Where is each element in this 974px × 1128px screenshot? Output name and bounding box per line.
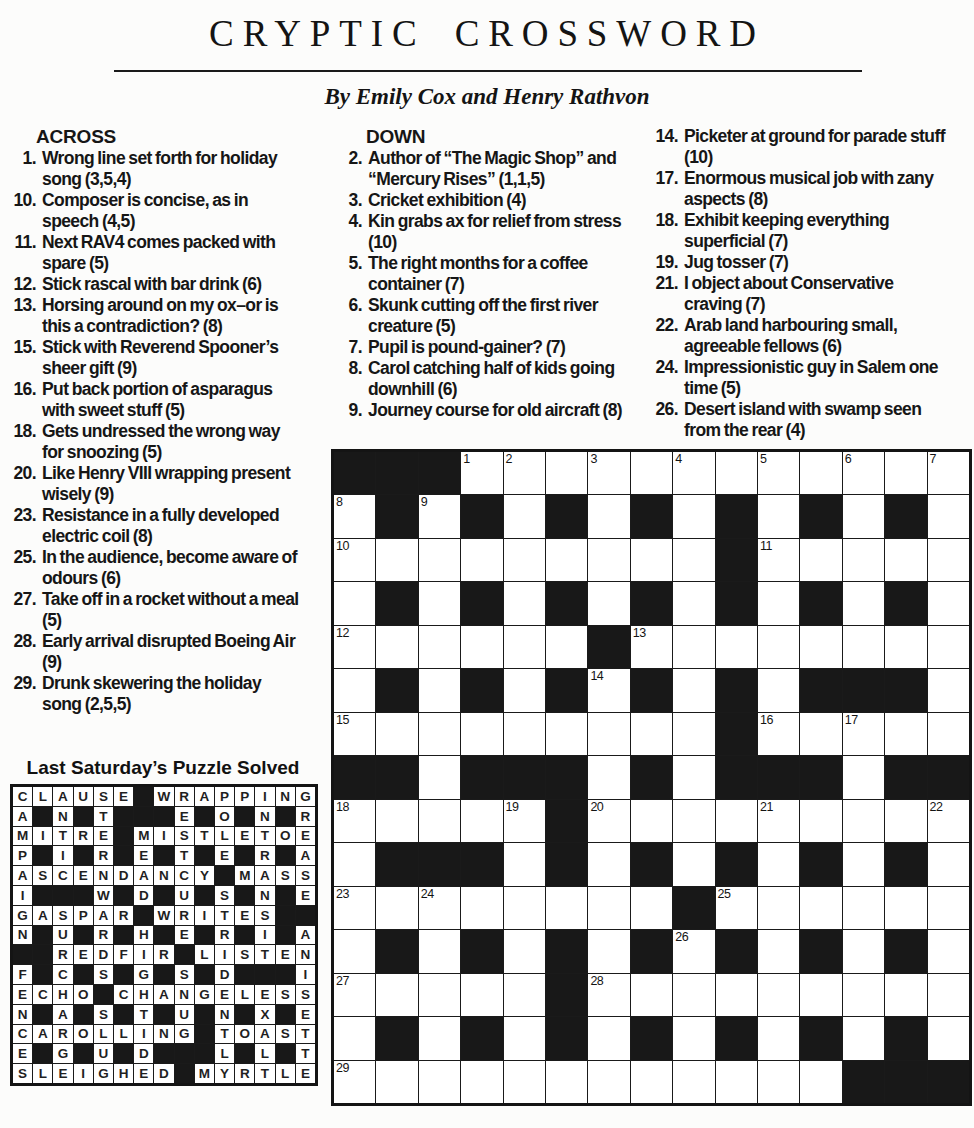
cell-r9c4[interactable] — [504, 843, 545, 885]
cell-r0c7[interactable] — [631, 452, 672, 494]
cell-r13c12[interactable] — [843, 1017, 884, 1059]
solution-cell-r7c14: A — [296, 926, 315, 945]
solution-cell-r1c4: T — [94, 807, 113, 826]
clue-number: 6. — [346, 295, 362, 316]
solution-cell-r2c2: T — [53, 827, 72, 846]
solution-cell-r13c3 — [74, 1044, 93, 1063]
down-header: DOWN — [366, 126, 642, 148]
cell-r12c10[interactable] — [758, 974, 799, 1016]
solution-cell-r4c12: A — [255, 866, 274, 885]
cell-r10c5[interactable] — [546, 887, 587, 929]
cell-r3c8[interactable] — [673, 582, 714, 624]
cell-r2c2[interactable] — [419, 539, 460, 581]
solution-cell-r1c12: N — [255, 807, 274, 826]
solution-cell-r7c10: R — [215, 926, 234, 945]
solution-cell-r12c4: L — [94, 1025, 113, 1044]
solution-cell-r12c12: A — [255, 1025, 274, 1044]
cell-r8c2[interactable] — [419, 800, 460, 842]
solution-cell-r10c9: G — [195, 985, 214, 1004]
cell-r6c7[interactable] — [631, 713, 672, 755]
cell-r7c8[interactable] — [673, 756, 714, 798]
cell-r7c7 — [631, 756, 672, 798]
clue-text: Horsing around on my ox–or is this a con… — [42, 295, 300, 337]
solution-cell-r11c7 — [154, 1005, 173, 1024]
cell-r8c13[interactable] — [885, 800, 926, 842]
solution-cell-r11c14: E — [296, 1005, 315, 1024]
cell-r5c11 — [800, 669, 841, 711]
cell-r3c0[interactable] — [334, 582, 375, 624]
cell-r1c6[interactable] — [588, 495, 629, 537]
cell-r9c5 — [546, 843, 587, 885]
cell-r14c8[interactable] — [673, 1061, 714, 1103]
solution-cell-r9c14: I — [296, 965, 315, 984]
solution-cell-r2c3: R — [74, 827, 93, 846]
solution-cell-r3c6: E — [134, 846, 153, 865]
cell-r11c10[interactable] — [758, 930, 799, 972]
solution-cell-r10c10: E — [215, 985, 234, 1004]
solution-cell-r14c12: T — [255, 1064, 274, 1083]
clue-number: 21. — [648, 273, 678, 294]
solution-cell-r5c7 — [154, 886, 173, 905]
clue-1: 1.Wrong line set forth for holiday song … — [8, 148, 300, 190]
cell-r6c12[interactable]: 17 — [843, 713, 884, 755]
cell-r0c5[interactable] — [546, 452, 587, 494]
cell-number: 10 — [336, 539, 349, 554]
cell-r0c10[interactable]: 5 — [758, 452, 799, 494]
cell-r8c7[interactable] — [631, 800, 672, 842]
solution-cell-r6c4: A — [94, 906, 113, 925]
clue-17: 17.Enormous musical job with zany aspect… — [648, 168, 952, 210]
solution-cell-r6c8: R — [175, 906, 194, 925]
solution-cell-r4c6: A — [134, 866, 153, 885]
cell-r0c11[interactable] — [800, 452, 841, 494]
cell-r2c1[interactable] — [376, 539, 417, 581]
cell-r13c14[interactable] — [928, 1017, 969, 1059]
clue-7: 7.Pupil is pound-gainer? (7) — [346, 337, 642, 358]
solution-cell-r1c6 — [134, 807, 153, 826]
clue-number: 16. — [8, 379, 36, 400]
solution-cell-r10c2: H — [53, 985, 72, 1004]
cell-r14c10[interactable] — [758, 1061, 799, 1103]
cell-r0c9[interactable] — [716, 452, 757, 494]
cell-r4c7[interactable]: 13 — [631, 626, 672, 668]
cell-r8c10[interactable]: 21 — [758, 800, 799, 842]
cell-r2c8[interactable] — [673, 539, 714, 581]
cell-r10c13[interactable] — [885, 887, 926, 929]
cell-r11c12[interactable] — [843, 930, 884, 972]
cell-r11c8[interactable]: 26 — [673, 930, 714, 972]
cell-r2c4[interactable] — [504, 539, 545, 581]
cell-number: 29 — [336, 1061, 349, 1076]
clue-number: 26. — [648, 399, 678, 420]
byline: By Emily Cox and Henry Rathvon — [0, 83, 974, 111]
cell-r2c13[interactable] — [885, 539, 926, 581]
solution-cell-r1c8: E — [175, 807, 194, 826]
cell-r12c2[interactable] — [419, 974, 460, 1016]
cell-r9c0[interactable] — [334, 843, 375, 885]
cell-r10c9[interactable]: 25 — [716, 887, 757, 929]
solution-cell-r9c8: S — [175, 965, 194, 984]
cell-r2c7[interactable] — [631, 539, 672, 581]
cell-r2c6[interactable] — [588, 539, 629, 581]
solution-cell-r5c8: U — [175, 886, 194, 905]
cell-r10c3[interactable] — [461, 887, 502, 929]
cell-r7c6[interactable] — [588, 756, 629, 798]
cell-r1c8[interactable] — [673, 495, 714, 537]
down-clues-column-1: DOWN 2.Author of “The Magic Shop” and “M… — [346, 126, 642, 421]
cell-r6c6[interactable] — [588, 713, 629, 755]
clue-8: 8.Carol catching half of kids going down… — [346, 358, 642, 400]
cell-r3c2[interactable] — [419, 582, 460, 624]
cell-r14c3[interactable] — [461, 1061, 502, 1103]
cell-r13c2[interactable] — [419, 1017, 460, 1059]
cell-r6c11[interactable] — [800, 713, 841, 755]
solution-cell-r3c9 — [195, 846, 214, 865]
solution-cell-r11c3 — [74, 1005, 93, 1024]
cell-r1c1 — [376, 495, 417, 537]
solution-cell-r9c5 — [114, 965, 133, 984]
cell-number: 12 — [336, 626, 349, 641]
cell-r3c10[interactable] — [758, 582, 799, 624]
solution-cell-r2c13: O — [276, 827, 295, 846]
clue-23: 23.Resistance in a fully developed elect… — [8, 505, 300, 547]
cell-r12c1[interactable] — [376, 974, 417, 1016]
cell-r12c13[interactable] — [885, 974, 926, 1016]
solution-cell-r0c11: P — [235, 787, 254, 806]
solution-cell-r13c10: L — [215, 1044, 234, 1063]
cell-r13c8[interactable] — [673, 1017, 714, 1059]
cell-r10c14[interactable] — [928, 887, 969, 929]
cell-r12c9[interactable] — [716, 974, 757, 1016]
clue-text: Pupil is pound-gainer? (7) — [368, 337, 642, 358]
cell-r1c10[interactable] — [758, 495, 799, 537]
cell-r14c9[interactable] — [716, 1061, 757, 1103]
cell-r14c11[interactable] — [800, 1061, 841, 1103]
solution-cell-r3c5 — [114, 846, 133, 865]
cell-r4c5[interactable] — [546, 626, 587, 668]
solution-cell-r9c10: D — [215, 965, 234, 984]
cell-r13c4[interactable] — [504, 1017, 545, 1059]
clue-text: The right months for a coffee container … — [368, 253, 642, 295]
cell-r5c0[interactable] — [334, 669, 375, 711]
solution-cell-r8c8 — [175, 945, 194, 964]
solution-cell-r2c6: M — [134, 827, 153, 846]
cell-r8c1[interactable] — [376, 800, 417, 842]
solution-cell-r9c4: S — [94, 965, 113, 984]
cell-r14c4[interactable] — [504, 1061, 545, 1103]
cell-r7c14 — [928, 756, 969, 798]
solution-cell-r12c1: A — [33, 1025, 52, 1044]
solution-cell-r10c5: C — [114, 985, 133, 1004]
solution-cell-r0c1: L — [33, 787, 52, 806]
cell-r3c11 — [800, 582, 841, 624]
cell-r4c8[interactable] — [673, 626, 714, 668]
cell-r3c6[interactable] — [588, 582, 629, 624]
cell-r5c4[interactable] — [504, 669, 545, 711]
cell-r4c4[interactable] — [504, 626, 545, 668]
solution-cell-r9c6: G — [134, 965, 153, 984]
solution-cell-r5c14: E — [296, 886, 315, 905]
cell-r12c12[interactable] — [843, 974, 884, 1016]
clue-number: 10. — [8, 190, 36, 211]
solution-cell-r11c1 — [33, 1005, 52, 1024]
cell-r13c7 — [631, 1017, 672, 1059]
cell-r11c5 — [546, 930, 587, 972]
cell-r2c5[interactable] — [546, 539, 587, 581]
solution-cell-r6c1: A — [33, 906, 52, 925]
cell-r0c14[interactable]: 7 — [928, 452, 969, 494]
cell-r10c11[interactable] — [800, 887, 841, 929]
cell-r10c10[interactable] — [758, 887, 799, 929]
cell-r5c6[interactable]: 14 — [588, 669, 629, 711]
solution-cell-r7c2: U — [53, 926, 72, 945]
cell-r3c14[interactable] — [928, 582, 969, 624]
cell-number: 26 — [675, 930, 688, 945]
cell-r0c4[interactable]: 2 — [504, 452, 545, 494]
cell-r2c0[interactable]: 10 — [334, 539, 375, 581]
solution-cell-r11c12: X — [255, 1005, 274, 1024]
cell-r12c8[interactable] — [673, 974, 714, 1016]
cell-r12c0[interactable]: 27 — [334, 974, 375, 1016]
clue-number: 5. — [346, 253, 362, 274]
cell-r2c11[interactable] — [800, 539, 841, 581]
clue-text: Enormous musical job with zany aspects (… — [684, 168, 952, 210]
cell-r6c10[interactable]: 16 — [758, 713, 799, 755]
cell-r4c1[interactable] — [376, 626, 417, 668]
solution-cell-r9c9 — [195, 965, 214, 984]
clue-18: 18.Exhibit keeping everything superficia… — [648, 210, 952, 252]
cell-number: 20 — [590, 800, 603, 815]
cell-r11c1 — [376, 930, 417, 972]
cell-r6c1[interactable] — [376, 713, 417, 755]
cell-r13c10[interactable] — [758, 1017, 799, 1059]
solution-cell-r10c0: E — [13, 985, 32, 1004]
solution-cell-r8c11: S — [235, 945, 254, 964]
cell-r10c2[interactable]: 24 — [419, 887, 460, 929]
cell-r10c6[interactable] — [588, 887, 629, 929]
clue-29: 29.Drunk skewering the holiday song (2,5… — [8, 673, 300, 715]
cell-r14c1[interactable] — [376, 1061, 417, 1103]
cell-r6c13[interactable] — [885, 713, 926, 755]
solution-cell-r14c6: E — [134, 1064, 153, 1083]
cell-r11c4[interactable] — [504, 930, 545, 972]
solution-cell-r5c1 — [33, 886, 52, 905]
cell-r12c11[interactable] — [800, 974, 841, 1016]
cell-r1c13 — [885, 495, 926, 537]
cell-r4c13[interactable] — [885, 626, 926, 668]
solution-cell-r2c5 — [114, 827, 133, 846]
cell-r8c12[interactable] — [843, 800, 884, 842]
cell-r8c0[interactable]: 18 — [334, 800, 375, 842]
solution-cell-r8c4: D — [94, 945, 113, 964]
solution-cell-r9c0: F — [13, 965, 32, 984]
cell-r4c12[interactable] — [843, 626, 884, 668]
cell-r6c3[interactable] — [461, 713, 502, 755]
cell-r14c7[interactable] — [631, 1061, 672, 1103]
cell-number: 11 — [760, 539, 772, 554]
clue-text: Author of “The Magic Shop” and “Mercury … — [368, 148, 642, 190]
cell-r3c12[interactable] — [843, 582, 884, 624]
cell-r8c11[interactable] — [800, 800, 841, 842]
cell-r5c2[interactable] — [419, 669, 460, 711]
cell-r12c6[interactable]: 28 — [588, 974, 629, 1016]
cell-number: 6 — [845, 452, 851, 467]
cell-r6c14[interactable] — [928, 713, 969, 755]
clue-text: Drunk skewering the holiday song (2,5,5) — [42, 673, 300, 715]
cell-r1c4[interactable] — [504, 495, 545, 537]
cell-r4c11[interactable] — [800, 626, 841, 668]
cell-r8c9[interactable] — [716, 800, 757, 842]
cell-r6c4[interactable] — [504, 713, 545, 755]
cell-number: 14 — [590, 669, 603, 684]
cell-r6c5[interactable] — [546, 713, 587, 755]
solution-cell-r13c0: E — [13, 1044, 32, 1063]
cell-r10c8 — [673, 887, 714, 929]
cell-r14c0[interactable]: 29 — [334, 1061, 375, 1103]
cell-r3c7 — [631, 582, 672, 624]
cell-r0c6[interactable]: 3 — [588, 452, 629, 494]
solution-cell-r10c3: O — [74, 985, 93, 1004]
cell-r12c3[interactable] — [461, 974, 502, 1016]
cell-r6c8[interactable] — [673, 713, 714, 755]
cell-r6c2[interactable] — [419, 713, 460, 755]
cell-r5c9 — [716, 669, 757, 711]
cell-number: 9 — [421, 495, 427, 510]
cell-r8c4[interactable]: 19 — [504, 800, 545, 842]
cell-r4c14[interactable] — [928, 626, 969, 668]
solution-cell-r7c8: E — [175, 926, 194, 945]
cell-r8c6[interactable]: 20 — [588, 800, 629, 842]
cell-r9c10[interactable] — [758, 843, 799, 885]
cell-r11c2[interactable] — [419, 930, 460, 972]
cell-r4c3[interactable] — [461, 626, 502, 668]
cell-r0c13[interactable] — [885, 452, 926, 494]
cell-r5c5 — [546, 669, 587, 711]
cell-r10c0[interactable]: 23 — [334, 887, 375, 929]
cell-r11c6[interactable] — [588, 930, 629, 972]
cell-r7c5 — [546, 756, 587, 798]
cell-r14c6[interactable] — [588, 1061, 629, 1103]
solution-cell-r8c0 — [13, 945, 32, 964]
solution-cell-r11c6: T — [134, 1005, 153, 1024]
cell-r3c4[interactable] — [504, 582, 545, 624]
solution-cell-r9c13 — [276, 965, 295, 984]
cell-r4c0[interactable]: 12 — [334, 626, 375, 668]
solution-cell-r3c1 — [33, 846, 52, 865]
solution-cell-r10c6: H — [134, 985, 153, 1004]
cell-r12c4[interactable] — [504, 974, 545, 1016]
cell-r2c12[interactable] — [843, 539, 884, 581]
solution-cell-r2c8: S — [175, 827, 194, 846]
cell-r9c7 — [631, 843, 672, 885]
cell-r7c11 — [800, 756, 841, 798]
cell-r9c12[interactable] — [843, 843, 884, 885]
cell-r10c1[interactable] — [376, 887, 417, 929]
solution-cell-r6c12: S — [255, 906, 274, 925]
cell-r2c14[interactable] — [928, 539, 969, 581]
cell-r9c8[interactable] — [673, 843, 714, 885]
cell-r0c12[interactable]: 6 — [843, 452, 884, 494]
cell-r7c4 — [504, 756, 545, 798]
solution-cell-r13c13 — [276, 1044, 295, 1063]
solution-cell-r3c13 — [276, 846, 295, 865]
cell-r12c14[interactable] — [928, 974, 969, 1016]
solution-cell-r11c2: A — [53, 1005, 72, 1024]
cell-r14c2[interactable] — [419, 1061, 460, 1103]
cell-r5c3 — [461, 669, 502, 711]
solution-cell-r8c13: E — [276, 945, 295, 964]
cell-r2c3[interactable] — [461, 539, 502, 581]
solution-cell-r12c2: R — [53, 1025, 72, 1044]
cell-r7c2[interactable] — [419, 756, 460, 798]
cell-r9c14[interactable] — [928, 843, 969, 885]
cell-r10c7[interactable] — [631, 887, 672, 929]
solution-cell-r13c11 — [235, 1044, 254, 1063]
clue-20: 20.Like Henry VIII wrapping present wise… — [8, 463, 300, 505]
cell-r0c8[interactable]: 4 — [673, 452, 714, 494]
cell-r13c0[interactable] — [334, 1017, 375, 1059]
cell-r8c14[interactable]: 22 — [928, 800, 969, 842]
cell-r6c0[interactable]: 15 — [334, 713, 375, 755]
solution-cell-r0c13: N — [276, 787, 295, 806]
clue-text: Journey course for old aircraft (8) — [368, 400, 642, 421]
cell-r13c6[interactable] — [588, 1017, 629, 1059]
cell-r4c9[interactable] — [716, 626, 757, 668]
cell-r10c12[interactable] — [843, 887, 884, 929]
cell-r1c2[interactable]: 9 — [419, 495, 460, 537]
cell-r14c5[interactable] — [546, 1061, 587, 1103]
cell-r5c10[interactable] — [758, 669, 799, 711]
cell-r11c0[interactable] — [334, 930, 375, 972]
cell-r1c12[interactable] — [843, 495, 884, 537]
solution-cell-r14c11: R — [235, 1064, 254, 1083]
cell-r12c7[interactable] — [631, 974, 672, 1016]
cell-r8c3[interactable] — [461, 800, 502, 842]
clue-3: 3.Cricket exhibition (4) — [346, 190, 642, 211]
cell-r13c1 — [376, 1017, 417, 1059]
solution-cell-r7c0: N — [13, 926, 32, 945]
solution-cell-r0c14: G — [296, 787, 315, 806]
cell-r4c2[interactable] — [419, 626, 460, 668]
solution-cell-r10c11: L — [235, 985, 254, 1004]
cell-r9c13 — [885, 843, 926, 885]
cell-r0c3[interactable]: 1 — [461, 452, 502, 494]
solution-cell-r7c11 — [235, 926, 254, 945]
cell-r5c14[interactable] — [928, 669, 969, 711]
solution-cell-r3c0: P — [13, 846, 32, 865]
cell-r4c10[interactable] — [758, 626, 799, 668]
cell-r8c8[interactable] — [673, 800, 714, 842]
cell-r1c5 — [546, 495, 587, 537]
cell-r1c14[interactable] — [928, 495, 969, 537]
cell-r10c4[interactable] — [504, 887, 545, 929]
solution-cell-r11c4: S — [94, 1005, 113, 1024]
cell-r7c12[interactable] — [843, 756, 884, 798]
cell-r1c0[interactable]: 8 — [334, 495, 375, 537]
solution-cell-r7c1 — [33, 926, 52, 945]
solution-cell-r1c3 — [74, 807, 93, 826]
cell-r5c8[interactable] — [673, 669, 714, 711]
cell-r11c14[interactable] — [928, 930, 969, 972]
solution-cell-r3c12: R — [255, 846, 274, 865]
cell-number: 17 — [845, 713, 858, 728]
solution-cell-r11c9 — [195, 1005, 214, 1024]
clue-text: Composer is concise, as in speech (4,5) — [42, 190, 300, 232]
solution-cell-r7c5 — [114, 926, 133, 945]
solution-cell-r14c4: G — [94, 1064, 113, 1083]
cell-r9c6[interactable] — [588, 843, 629, 885]
cell-r2c10[interactable]: 11 — [758, 539, 799, 581]
